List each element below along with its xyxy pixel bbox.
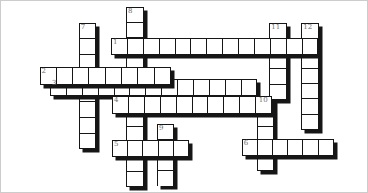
across-2-cell-5[interactable]: [105, 68, 121, 84]
down-12-cell-1[interactable]: [302, 24, 318, 38]
across-1-cell-13[interactable]: [302, 39, 318, 54]
across-2-cell-7[interactable]: [137, 68, 153, 84]
across-6-cell-1[interactable]: [243, 140, 257, 155]
across-4-word-box: [112, 96, 272, 114]
down-12-cell-3[interactable]: [302, 53, 318, 68]
crossword-puzzle: 123456789101112: [0, 0, 368, 193]
down-11-cell-4[interactable]: [270, 68, 286, 83]
across-4-cell-5[interactable]: [176, 97, 192, 113]
across-2-cell-6[interactable]: [121, 68, 137, 84]
down-12-cell-7[interactable]: [302, 114, 318, 129]
across-6-word-box: [242, 139, 334, 156]
down-9-cell-1[interactable]: [158, 125, 173, 139]
across-5-cell-4[interactable]: [158, 141, 173, 156]
down-8-cell-2[interactable]: [127, 22, 143, 37]
across-6-cell-5[interactable]: [302, 140, 317, 155]
across-1-cell-7[interactable]: [206, 39, 222, 54]
down-12-cell-5[interactable]: [302, 83, 318, 98]
across-1-word-box: [111, 38, 318, 55]
across-4-cell-9[interactable]: [239, 97, 255, 113]
across-1-cell-11[interactable]: [270, 39, 286, 54]
across-1-cell-1[interactable]: [112, 39, 127, 54]
across-1-cell-2[interactable]: [127, 39, 143, 54]
down-12-cell-6[interactable]: [302, 98, 318, 113]
across-5-cell-5[interactable]: [173, 141, 188, 156]
across-6-cell-4[interactable]: [287, 140, 302, 155]
across-1-cell-4[interactable]: [159, 39, 175, 54]
down-7-cell-7[interactable]: [80, 117, 96, 133]
across-1-cell-12[interactable]: [286, 39, 302, 54]
across-3-cell-13[interactable]: [241, 80, 257, 96]
across-1-cell-5[interactable]: [175, 39, 191, 54]
across-6-cell-2[interactable]: [257, 140, 272, 155]
across-4-cell-10[interactable]: [255, 97, 271, 113]
down-11-cell-1[interactable]: [270, 24, 286, 38]
across-4-cell-3[interactable]: [144, 97, 160, 113]
across-6-cell-3[interactable]: [272, 140, 287, 155]
down-7-cell-8[interactable]: [80, 133, 96, 149]
across-3-cell-10[interactable]: [193, 80, 209, 96]
across-1-cell-10[interactable]: [254, 39, 270, 54]
across-3-cell-9[interactable]: [177, 80, 193, 96]
across-3-cell-12[interactable]: [225, 80, 241, 96]
down-9-cell-4[interactable]: [158, 170, 173, 185]
across-2-word-box: [40, 67, 172, 85]
across-1-cell-9[interactable]: [238, 39, 254, 54]
down-9-cell-3[interactable]: [158, 155, 173, 170]
across-4-cell-4[interactable]: [160, 97, 176, 113]
down-7-cell-2[interactable]: [80, 38, 96, 54]
across-1-cell-8[interactable]: [222, 39, 238, 54]
across-3-cell-11[interactable]: [209, 80, 225, 96]
across-2-cell-2[interactable]: [56, 68, 72, 84]
across-5-word-box: [112, 140, 189, 157]
across-4-cell-8[interactable]: [223, 97, 239, 113]
across-2-cell-3[interactable]: [72, 68, 88, 84]
across-4-cell-7[interactable]: [207, 97, 223, 113]
across-2-cell-1[interactable]: [41, 68, 56, 84]
down-8-cell-11[interactable]: [127, 156, 143, 171]
down-8-cell-12[interactable]: [127, 171, 143, 186]
down-11-cell-3[interactable]: [270, 53, 286, 68]
across-4-cell-1[interactable]: [113, 97, 128, 113]
across-2-cell-4[interactable]: [88, 68, 104, 84]
across-6-cell-6[interactable]: [318, 140, 333, 155]
down-12-cell-4[interactable]: [302, 68, 318, 83]
down-11-cell-5[interactable]: [270, 84, 286, 99]
across-1-cell-3[interactable]: [143, 39, 159, 54]
across-5-cell-3[interactable]: [142, 141, 157, 156]
across-1-cell-6[interactable]: [190, 39, 206, 54]
across-5-cell-2[interactable]: [127, 141, 142, 156]
across-5-cell-1[interactable]: [113, 141, 127, 156]
down-10-cell-5[interactable]: [258, 155, 273, 170]
across-2-cell-8[interactable]: [154, 68, 170, 84]
down-8-cell-1[interactable]: [127, 8, 143, 22]
down-7-cell-1[interactable]: [80, 24, 96, 39]
down-7-cell-6[interactable]: [80, 101, 96, 117]
across-4-cell-2[interactable]: [128, 97, 144, 113]
across-4-cell-6[interactable]: [192, 97, 208, 113]
down-11-word-box: [269, 23, 287, 100]
